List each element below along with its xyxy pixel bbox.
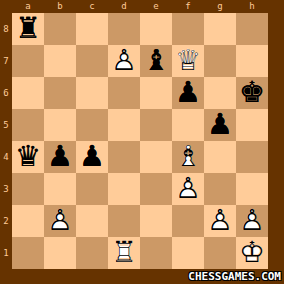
piece-white-bishop-f4: ♝♗: [172, 141, 204, 173]
piece-black-king-h6: ♚♔: [236, 77, 268, 109]
square-g1: [204, 237, 236, 269]
square-c5: [76, 109, 108, 141]
pawn-outline-glyph: ♙: [108, 45, 140, 77]
piece-white-pawn-g2: ♟♙: [204, 205, 236, 237]
square-d3: [108, 173, 140, 205]
square-h8: [236, 13, 268, 45]
chess-diagram: abcdefgh 87654321 ♜♖♟♙♝♗♛♕♟♙♚♔♟♙♛♕♟♙♟♙♝♗…: [0, 0, 284, 284]
piece-white-pawn-d7: ♟♙: [108, 45, 140, 77]
square-h3: [236, 173, 268, 205]
square-e6: [140, 77, 172, 109]
piece-white-queen-f7: ♛♕: [172, 45, 204, 77]
chess-board: ♜♖♟♙♝♗♛♕♟♙♚♔♟♙♛♕♟♙♟♙♝♗♟♙♟♙♟♙♟♙♜♖♚♔: [12, 13, 268, 269]
square-b1: [44, 237, 76, 269]
pawn-outline-glyph: ♙: [44, 141, 76, 173]
square-a3: [12, 173, 44, 205]
square-a5: [12, 109, 44, 141]
square-e5: [140, 109, 172, 141]
square-e8: [140, 13, 172, 45]
file-label-d: d: [108, 0, 140, 13]
square-e2: [140, 205, 172, 237]
rank-label-7: 7: [0, 45, 12, 77]
square-e7: ♝♗: [140, 45, 172, 77]
file-labels: abcdefgh: [12, 0, 268, 13]
rook-outline-glyph: ♖: [12, 13, 44, 45]
square-e3: [140, 173, 172, 205]
square-a8: ♜♖: [12, 13, 44, 45]
file-label-h: h: [236, 0, 268, 13]
square-h2: ♟♙: [236, 205, 268, 237]
square-c6: [76, 77, 108, 109]
square-a7: [12, 45, 44, 77]
piece-white-pawn-b2: ♟♙: [44, 205, 76, 237]
square-h4: [236, 141, 268, 173]
rank-label-2: 2: [0, 205, 12, 237]
bishop-outline-glyph: ♗: [172, 141, 204, 173]
square-d2: [108, 205, 140, 237]
queen-outline-glyph: ♕: [172, 45, 204, 77]
square-f4: ♝♗: [172, 141, 204, 173]
square-d4: [108, 141, 140, 173]
pawn-outline-glyph: ♙: [76, 141, 108, 173]
pawn-outline-glyph: ♙: [172, 77, 204, 109]
square-g3: [204, 173, 236, 205]
square-b8: [44, 13, 76, 45]
square-f5: [172, 109, 204, 141]
piece-black-pawn-b4: ♟♙: [44, 141, 76, 173]
piece-black-queen-a4: ♛♕: [12, 141, 44, 173]
pawn-outline-glyph: ♙: [172, 173, 204, 205]
square-b6: [44, 77, 76, 109]
piece-black-pawn-c4: ♟♙: [76, 141, 108, 173]
piece-black-rook-a8: ♜♖: [12, 13, 44, 45]
site-watermark: CHESSGAMES.COM: [188, 270, 281, 283]
square-g5: ♟♙: [204, 109, 236, 141]
square-a1: [12, 237, 44, 269]
square-f2: [172, 205, 204, 237]
square-b4: ♟♙: [44, 141, 76, 173]
square-b5: [44, 109, 76, 141]
pawn-outline-glyph: ♙: [236, 205, 268, 237]
square-c7: [76, 45, 108, 77]
king-outline-glyph: ♔: [236, 237, 268, 269]
square-g4: [204, 141, 236, 173]
square-f6: ♟♙: [172, 77, 204, 109]
piece-white-pawn-h2: ♟♙: [236, 205, 268, 237]
king-outline-glyph: ♔: [236, 77, 268, 109]
square-a2: [12, 205, 44, 237]
square-f3: ♟♙: [172, 173, 204, 205]
file-label-f: f: [172, 0, 204, 13]
pawn-outline-glyph: ♙: [204, 205, 236, 237]
square-c2: [76, 205, 108, 237]
rook-outline-glyph: ♖: [108, 237, 140, 269]
square-e1: [140, 237, 172, 269]
piece-black-pawn-g5: ♟♙: [204, 109, 236, 141]
square-h7: [236, 45, 268, 77]
square-e4: [140, 141, 172, 173]
piece-black-pawn-f6: ♟♙: [172, 77, 204, 109]
square-h5: [236, 109, 268, 141]
piece-white-rook-d1: ♜♖: [108, 237, 140, 269]
file-label-g: g: [204, 0, 236, 13]
square-g6: [204, 77, 236, 109]
square-c8: [76, 13, 108, 45]
square-a6: [12, 77, 44, 109]
square-a4: ♛♕: [12, 141, 44, 173]
square-b3: [44, 173, 76, 205]
square-g7: [204, 45, 236, 77]
pawn-outline-glyph: ♙: [44, 205, 76, 237]
square-b7: [44, 45, 76, 77]
pawn-outline-glyph: ♙: [204, 109, 236, 141]
rank-label-5: 5: [0, 109, 12, 141]
square-h1: ♚♔: [236, 237, 268, 269]
rank-label-1: 1: [0, 237, 12, 269]
square-d6: [108, 77, 140, 109]
square-f8: [172, 13, 204, 45]
square-b2: ♟♙: [44, 205, 76, 237]
rank-label-6: 6: [0, 77, 12, 109]
piece-white-pawn-f3: ♟♙: [172, 173, 204, 205]
piece-white-king-h1: ♚♔: [236, 237, 268, 269]
file-label-c: c: [76, 0, 108, 13]
rank-label-4: 4: [0, 141, 12, 173]
rank-labels: 87654321: [0, 13, 12, 269]
square-g8: [204, 13, 236, 45]
square-d8: [108, 13, 140, 45]
square-f1: [172, 237, 204, 269]
square-c3: [76, 173, 108, 205]
bishop-outline-glyph: ♗: [140, 45, 172, 77]
rank-label-8: 8: [0, 13, 12, 45]
square-d1: ♜♖: [108, 237, 140, 269]
square-d7: ♟♙: [108, 45, 140, 77]
square-f7: ♛♕: [172, 45, 204, 77]
square-g2: ♟♙: [204, 205, 236, 237]
piece-black-bishop-e7: ♝♗: [140, 45, 172, 77]
file-label-b: b: [44, 0, 76, 13]
queen-outline-glyph: ♕: [12, 141, 44, 173]
rank-label-3: 3: [0, 173, 12, 205]
square-c4: ♟♙: [76, 141, 108, 173]
square-c1: [76, 237, 108, 269]
square-d5: [108, 109, 140, 141]
square-h6: ♚♔: [236, 77, 268, 109]
file-label-e: e: [140, 0, 172, 13]
